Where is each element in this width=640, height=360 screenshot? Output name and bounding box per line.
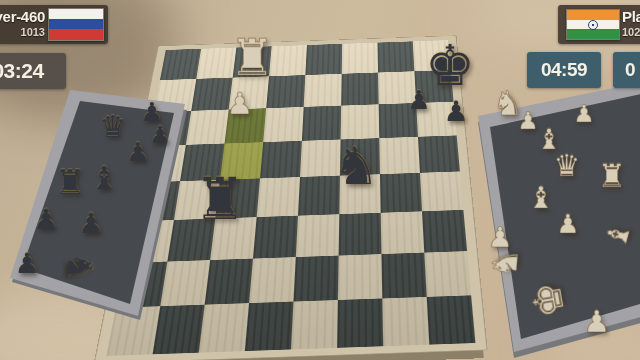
white-knight-tray: ♞ [487, 246, 524, 279]
russia-flag-icon [48, 8, 104, 41]
black-rook-c3[interactable]: ♜ [194, 170, 246, 228]
white-pawn-tray: ♟ [556, 211, 579, 237]
black-knight-tray: ♞ [62, 251, 99, 284]
square-a1[interactable] [107, 306, 161, 356]
player-right-name: Pla [622, 8, 640, 25]
black-pawn-tray: ♟ [14, 250, 39, 278]
square-g2[interactable] [381, 253, 426, 299]
square-c2[interactable] [205, 259, 253, 305]
square-a4[interactable] [133, 181, 181, 221]
square-e2[interactable] [293, 256, 338, 302]
black-pawn-tray: ♟ [149, 123, 171, 147]
ashoka-chakra-icon [588, 20, 598, 30]
square-d6[interactable] [263, 107, 303, 142]
black-pawn-g6[interactable]: ♟ [407, 87, 430, 113]
square-h4[interactable] [420, 171, 463, 211]
square-c1[interactable] [199, 303, 249, 353]
white-pawn-tray: ♟ [573, 102, 595, 126]
square-b6[interactable] [186, 110, 229, 145]
clock-left: 03:24 [0, 53, 66, 89]
white-king-tray: ♚ [525, 279, 571, 321]
black-pawn-tray: ♟ [126, 139, 149, 165]
square-g4[interactable] [380, 173, 422, 213]
black-pawn-tray: ♟ [78, 210, 103, 238]
clock-right: 04:59 [527, 52, 601, 88]
white-queen-tray: ♛ [554, 151, 581, 181]
square-h5[interactable] [418, 135, 460, 172]
square-g1[interactable] [382, 297, 429, 346]
black-knight-f4[interactable]: ♞ [333, 140, 380, 192]
square-g5[interactable] [379, 137, 420, 174]
square-h3[interactable] [422, 210, 467, 253]
square-a8[interactable] [160, 49, 201, 80]
white-rook-tray: ♜ [598, 160, 627, 192]
player-card-right: Pla 1020 [558, 5, 640, 44]
square-h2[interactable] [424, 251, 471, 297]
chess-game-screen: ♜♟♜♞♚♟♟♟♛♟♟♜♝♟♟♞♟♞♟♟♝♛♜♝♟♟♝♞♚♟ Player-46… [0, 0, 640, 360]
square-e1[interactable] [291, 300, 338, 349]
white-pawn-tray: ♟ [584, 307, 611, 337]
square-f6[interactable] [341, 104, 380, 139]
player-left-rating: 1013 [21, 26, 45, 38]
white-rook-c8[interactable]: ♜ [230, 33, 275, 83]
square-f3[interactable] [339, 213, 382, 256]
player-right-rating: 1020 [622, 26, 640, 38]
square-g3[interactable] [381, 211, 425, 254]
india-flag-icon [566, 9, 620, 40]
clock-right-partial: 0 [613, 52, 640, 88]
square-d4[interactable] [257, 177, 300, 217]
player-card-left: Player-460 1013 [0, 5, 108, 44]
black-king-h7[interactable]: ♚ [425, 38, 475, 94]
square-b2[interactable] [160, 260, 210, 306]
square-d1[interactable] [245, 302, 294, 352]
square-e8[interactable] [305, 44, 342, 75]
black-rook-tray: ♜ [55, 165, 85, 199]
white-bishop-tray: ♝ [602, 219, 636, 251]
square-f7[interactable] [341, 73, 378, 106]
square-e3[interactable] [296, 214, 340, 257]
player-left-name: Player-460 [0, 8, 45, 25]
square-d2[interactable] [249, 257, 296, 303]
square-e7[interactable] [304, 74, 342, 107]
square-d5[interactable] [260, 141, 302, 179]
black-queen-tray: ♛ [100, 112, 127, 142]
square-a2[interactable] [116, 262, 167, 308]
square-f1[interactable] [337, 298, 383, 347]
square-d3[interactable] [253, 216, 298, 259]
square-f8[interactable] [342, 43, 378, 74]
square-f2[interactable] [338, 254, 382, 300]
black-pawn-tray: ♟ [33, 206, 58, 234]
square-g8[interactable] [377, 41, 414, 72]
square-h1[interactable] [427, 295, 476, 344]
square-a3[interactable] [124, 220, 173, 263]
square-b1[interactable] [153, 305, 205, 355]
black-pawn-h6[interactable]: ♟ [443, 98, 468, 126]
white-pawn-c6[interactable]: ♟ [227, 89, 254, 119]
square-d8[interactable] [269, 45, 307, 76]
white-bishop-tray: ♝ [528, 183, 555, 213]
black-bishop-tray: ♝ [90, 162, 119, 194]
